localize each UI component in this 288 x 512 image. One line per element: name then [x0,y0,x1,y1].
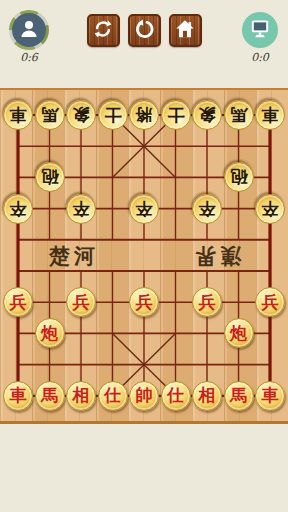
piece-black-車[interactable]: 車 [3,100,33,130]
piece-red-帥[interactable]: 帥 [129,381,159,411]
piece-black-馬[interactable]: 馬 [224,100,254,130]
piece-red-馬[interactable]: 馬 [35,381,65,411]
swap-arrows-icon [92,18,114,43]
piece-red-兵[interactable]: 兵 [192,287,222,317]
piece-black-砲[interactable]: 砲 [35,162,65,192]
piece-red-車[interactable]: 車 [3,381,33,411]
home-button[interactable] [169,14,202,47]
river-label-left: 楚河 [44,242,104,270]
piece-black-士[interactable]: 士 [98,100,128,130]
opponent-score: 0:0 [238,51,282,64]
river-label-right: 漢界 [186,242,246,270]
piece-black-卒[interactable]: 卒 [192,194,222,224]
piece-red-兵[interactable]: 兵 [3,287,33,317]
piece-red-相[interactable]: 相 [66,381,96,411]
undo-circle-icon [133,18,155,43]
piece-black-士[interactable]: 士 [161,100,191,130]
piece-red-兵[interactable]: 兵 [255,287,285,317]
swap-sides-button[interactable] [87,14,120,47]
piece-red-炮[interactable]: 炮 [224,318,254,348]
piece-red-兵[interactable]: 兵 [66,287,96,317]
player-score: 0:6 [7,51,51,64]
opponent-avatar[interactable] [242,12,278,48]
xiangqi-app: { "game": "xiangqi (Chinese chess)", "po… [0,0,288,512]
piece-black-卒[interactable]: 卒 [66,194,96,224]
piece-black-卒[interactable]: 卒 [255,194,285,224]
xiangqi-board[interactable]: 楚河 漢界 車馬象士將士象馬車砲砲卒卒卒卒卒兵兵兵兵兵炮炮車馬相仕帥仕相馬車 [0,88,288,424]
piece-black-馬[interactable]: 馬 [35,100,65,130]
home-icon [174,18,196,43]
computer-monitor-icon [247,15,273,45]
piece-red-兵[interactable]: 兵 [129,287,159,317]
piece-red-仕[interactable]: 仕 [98,381,128,411]
piece-red-仕[interactable]: 仕 [161,381,191,411]
piece-red-馬[interactable]: 馬 [224,381,254,411]
piece-red-車[interactable]: 車 [255,381,285,411]
piece-black-車[interactable]: 車 [255,100,285,130]
piece-black-卒[interactable]: 卒 [129,194,159,224]
restart-button[interactable] [128,14,161,47]
piece-red-相[interactable]: 相 [192,381,222,411]
piece-black-將[interactable]: 將 [129,100,159,130]
piece-red-炮[interactable]: 炮 [35,318,65,348]
piece-black-象[interactable]: 象 [66,100,96,130]
piece-black-象[interactable]: 象 [192,100,222,130]
top-bar: 0:6 [0,0,288,88]
piece-black-卒[interactable]: 卒 [3,194,33,224]
piece-black-砲[interactable]: 砲 [224,162,254,192]
